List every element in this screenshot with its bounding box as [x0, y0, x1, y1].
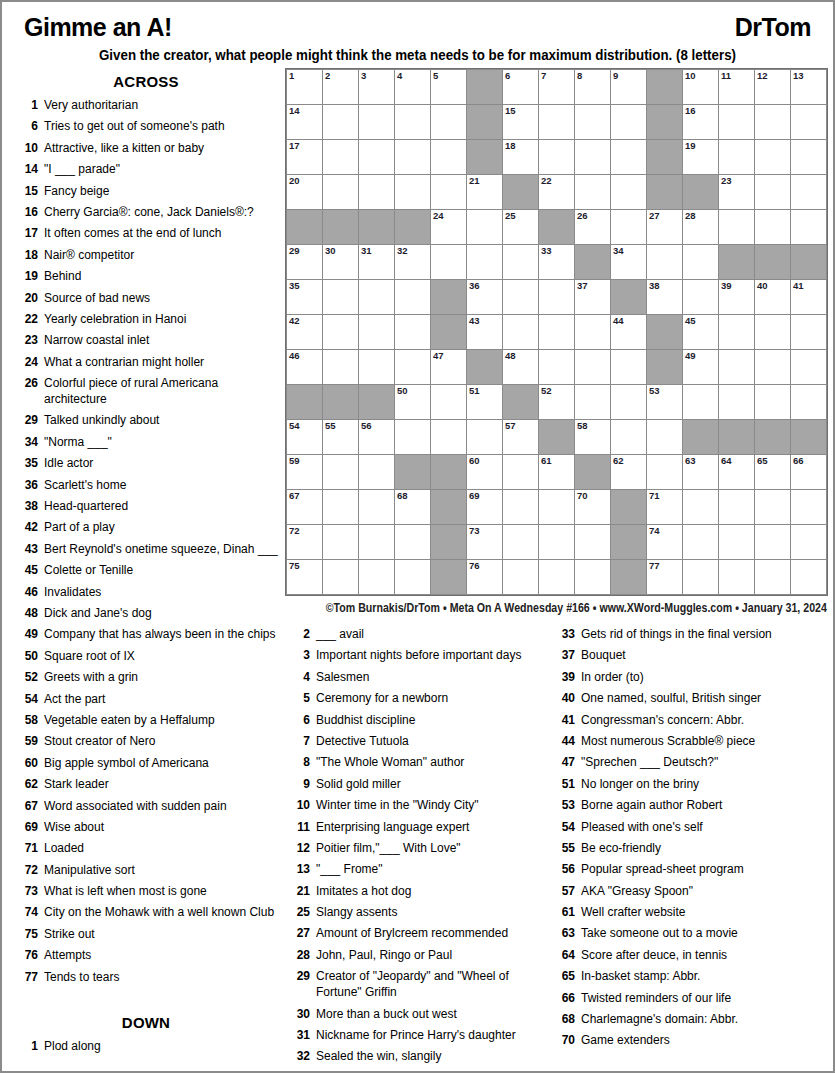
cell-r7c3[interactable] — [359, 280, 394, 314]
cell-r7c14[interactable]: 40 — [755, 280, 790, 314]
cell-r6c6[interactable] — [467, 245, 502, 279]
across-clue-6: 6Tries to get out of someone's path — [10, 118, 282, 134]
clue-number: 66 — [553, 990, 575, 1006]
down-clue-4: 4Salesmen — [292, 669, 550, 685]
cell-r3c14[interactable] — [755, 140, 790, 174]
cell-r14c7[interactable] — [503, 525, 538, 559]
cell-r2c8[interactable] — [539, 105, 574, 139]
cell-r1c3[interactable]: 3 — [359, 70, 394, 104]
cell-r8c15[interactable] — [791, 315, 826, 349]
cell-r15c1[interactable]: 75 — [287, 560, 322, 594]
cell-r5c15[interactable] — [791, 210, 826, 244]
clue-number: 3 — [292, 647, 310, 663]
down-clue-63: 63Take someone out to a movie — [553, 925, 833, 941]
cell-r8c6[interactable]: 43 — [467, 315, 502, 349]
down-clue-25: 25Slangy assents — [292, 904, 550, 920]
cell-number: 23 — [721, 176, 732, 186]
cell-r12c3[interactable] — [359, 455, 394, 489]
cell-r5c7[interactable]: 25 — [503, 210, 538, 244]
clue-text: Popular spread-sheet program — [581, 861, 833, 877]
cell-r4c8[interactable]: 22 — [539, 175, 574, 209]
cell-r3c3[interactable] — [359, 140, 394, 174]
clue-text: Imitates a hot dog — [316, 883, 550, 899]
clue-text: Pleased with one's self — [581, 819, 833, 835]
clue-number: 4 — [292, 669, 310, 685]
cell-r14c13[interactable] — [719, 525, 754, 559]
cell-r9c14[interactable] — [755, 350, 790, 384]
cell-r11c3[interactable]: 56 — [359, 420, 394, 454]
cell-r12c14[interactable]: 65 — [755, 455, 790, 489]
cell-number: 55 — [325, 421, 336, 431]
cell-r10c8[interactable]: 52 — [539, 385, 574, 419]
cell-r1c13[interactable]: 11 — [719, 70, 754, 104]
cell-r4c10[interactable] — [611, 175, 646, 209]
clue-number: 52 — [10, 669, 38, 685]
cell-r2c12[interactable]: 16 — [683, 105, 718, 139]
clue-number: 6 — [292, 712, 310, 728]
cell-r13c15[interactable] — [791, 490, 826, 524]
cell-r7c13[interactable]: 39 — [719, 280, 754, 314]
cell-r13c3[interactable] — [359, 490, 394, 524]
cell-r4c2[interactable] — [323, 175, 358, 209]
cell-r4c14[interactable] — [755, 175, 790, 209]
cell-r15c8[interactable] — [539, 560, 574, 594]
cell-r1c5[interactable]: 5 — [431, 70, 466, 104]
cell-r2c3[interactable] — [359, 105, 394, 139]
cell-r6c7[interactable] — [503, 245, 538, 279]
clue-number: 54 — [553, 819, 575, 835]
cell-r4c9[interactable] — [575, 175, 610, 209]
cell-r13c1[interactable]: 67 — [287, 490, 322, 524]
cell-r7c11[interactable]: 38 — [647, 280, 682, 314]
cell-r3c6 — [467, 140, 502, 174]
cell-r10c14[interactable] — [755, 385, 790, 419]
cell-r9c2[interactable] — [323, 350, 358, 384]
cell-r8c1[interactable]: 42 — [287, 315, 322, 349]
cell-number: 47 — [433, 351, 444, 361]
cell-r4c12 — [683, 175, 718, 209]
cell-number: 18 — [505, 141, 516, 151]
cell-r15c3[interactable] — [359, 560, 394, 594]
clue-number: 61 — [553, 904, 575, 920]
cell-r7c10 — [611, 280, 646, 314]
cell-r6c1[interactable]: 29 — [287, 245, 322, 279]
cell-r12c15[interactable]: 66 — [791, 455, 826, 489]
cell-r3c15[interactable] — [791, 140, 826, 174]
down-clue-51: 51No longer on the briny — [553, 776, 833, 792]
clue-number: 5 — [292, 690, 310, 706]
cell-r3c5[interactable] — [431, 140, 466, 174]
down-clue-31: 31Nickname for Prince Harry's daughter — [292, 1027, 550, 1043]
clue-text: Attractive, like a kitten or baby — [44, 140, 282, 156]
cell-r12c10[interactable]: 62 — [611, 455, 646, 489]
down-clue-32: 32Sealed the win, slangily — [292, 1048, 550, 1064]
down-clue-65: 65In-basket stamp: Abbr. — [553, 968, 833, 984]
clue-text: Bouquet — [581, 647, 833, 663]
clue-text: City on the Mohawk with a well known Clu… — [44, 904, 282, 920]
cell-r14c3[interactable] — [359, 525, 394, 559]
down-clue-37: 37Bouquet — [553, 647, 833, 663]
across-clue-45: 45Colette or Tenille — [10, 562, 282, 578]
cell-r4c6[interactable]: 21 — [467, 175, 502, 209]
cell-r2c1[interactable]: 14 — [287, 105, 322, 139]
cell-r9c9[interactable] — [575, 350, 610, 384]
cell-r7c7[interactable] — [503, 280, 538, 314]
cell-r9c13[interactable] — [719, 350, 754, 384]
cell-r14c9[interactable] — [575, 525, 610, 559]
cell-r13c8[interactable] — [539, 490, 574, 524]
across-clue-43: 43Bert Reynold's onetime squeeze, Dinah … — [10, 541, 282, 557]
cell-r9c3[interactable] — [359, 350, 394, 384]
cell-number: 14 — [289, 106, 300, 116]
clue-text: Narrow coastal inlet — [44, 332, 282, 348]
cell-r5c1 — [287, 210, 322, 244]
cell-r1c9[interactable]: 8 — [575, 70, 610, 104]
cell-r5c5[interactable]: 24 — [431, 210, 466, 244]
cell-r9c1[interactable]: 46 — [287, 350, 322, 384]
down-clue-64: 64Score after deuce, in tennis — [553, 947, 833, 963]
cell-r9c15[interactable] — [791, 350, 826, 384]
cell-r1c10[interactable]: 9 — [611, 70, 646, 104]
cell-r2c5[interactable] — [431, 105, 466, 139]
clue-text: It often comes at the end of lunch — [44, 225, 282, 241]
cell-r8c9[interactable] — [575, 315, 610, 349]
cell-r15c7[interactable] — [503, 560, 538, 594]
clue-number: 72 — [10, 862, 38, 878]
cell-r6c12[interactable] — [683, 245, 718, 279]
cell-r5c2 — [323, 210, 358, 244]
down-clue-6: 6Buddhist discipline — [292, 712, 550, 728]
down-clue-41: 41Congressman's concern: Abbr. — [553, 712, 833, 728]
cell-number: 46 — [289, 351, 300, 361]
cell-r13c12[interactable] — [683, 490, 718, 524]
cell-number: 37 — [577, 281, 588, 291]
cell-number: 45 — [685, 316, 696, 326]
cell-r6c10[interactable]: 34 — [611, 245, 646, 279]
clue-number: 54 — [10, 691, 38, 707]
down-clue-13: 13"___ Frome" — [292, 861, 550, 877]
cell-r12c13[interactable]: 64 — [719, 455, 754, 489]
cell-r2c7[interactable]: 15 — [503, 105, 538, 139]
cell-r10c10[interactable] — [611, 385, 646, 419]
cell-r11c14 — [755, 420, 790, 454]
cell-r7c1[interactable]: 35 — [287, 280, 322, 314]
cell-r10c9[interactable] — [575, 385, 610, 419]
cell-r10c11[interactable]: 53 — [647, 385, 682, 419]
cell-r8c14[interactable] — [755, 315, 790, 349]
cell-r12c11[interactable] — [647, 455, 682, 489]
clue-text: Twisted reminders of our life — [581, 990, 833, 1006]
cell-r10c13[interactable] — [719, 385, 754, 419]
cell-r12c12[interactable]: 63 — [683, 455, 718, 489]
clue-text: Cherry Garcia®: cone, Jack Daniels®:? — [44, 204, 282, 220]
cell-r12c1[interactable]: 59 — [287, 455, 322, 489]
cell-r2c2[interactable] — [323, 105, 358, 139]
cell-r11c6[interactable] — [467, 420, 502, 454]
cell-number: 70 — [577, 491, 588, 501]
cell-r9c8[interactable] — [539, 350, 574, 384]
cell-number: 12 — [757, 71, 768, 81]
cell-r2c13[interactable] — [719, 105, 754, 139]
cell-r6c11[interactable] — [647, 245, 682, 279]
cell-r1c2[interactable]: 2 — [323, 70, 358, 104]
cell-r12c7[interactable] — [503, 455, 538, 489]
cell-number: 75 — [289, 561, 300, 571]
cell-r5c12[interactable]: 28 — [683, 210, 718, 244]
cell-r14c4[interactable] — [395, 525, 430, 559]
cell-r6c3[interactable]: 31 — [359, 245, 394, 279]
cell-r6c8[interactable]: 33 — [539, 245, 574, 279]
cell-r8c7[interactable] — [503, 315, 538, 349]
clue-text: ___ avail — [316, 626, 550, 642]
cell-number: 41 — [793, 281, 804, 291]
cell-r4c11 — [647, 175, 682, 209]
down-column-right: 33Gets rid of things in the final versio… — [553, 626, 833, 1054]
cell-r10c15[interactable] — [791, 385, 826, 419]
cell-r11c5[interactable] — [431, 420, 466, 454]
clue-number: 11 — [292, 819, 310, 835]
cell-r2c14[interactable] — [755, 105, 790, 139]
cell-r4c13[interactable]: 23 — [719, 175, 754, 209]
cell-r7c2[interactable] — [323, 280, 358, 314]
cell-r9c12[interactable]: 49 — [683, 350, 718, 384]
down-clue-47: 47"Sprechen ___ Deutsch?" — [553, 754, 833, 770]
cell-r14c6[interactable]: 73 — [467, 525, 502, 559]
cell-r6c2[interactable]: 30 — [323, 245, 358, 279]
clue-text: What is left when most is gone — [44, 883, 282, 899]
clue-text: Poitier film,"___ With Love" — [316, 840, 550, 856]
cell-r3c10[interactable] — [611, 140, 646, 174]
cell-r14c14[interactable] — [755, 525, 790, 559]
cell-r8c10[interactable]: 44 — [611, 315, 646, 349]
cell-r10c6[interactable]: 51 — [467, 385, 502, 419]
cell-number: 6 — [505, 71, 510, 81]
clue-text: Colette or Tenille — [44, 562, 282, 578]
cell-r15c2[interactable] — [323, 560, 358, 594]
cell-r15c9[interactable] — [575, 560, 610, 594]
cell-r11c9[interactable]: 58 — [575, 420, 610, 454]
cell-r8c4[interactable] — [395, 315, 430, 349]
crossword-grid[interactable]: 1234567891011121314151617181920212223242… — [285, 68, 828, 596]
cell-r12c6[interactable]: 60 — [467, 455, 502, 489]
clue-number: 55 — [553, 840, 575, 856]
cell-number: 26 — [577, 211, 588, 221]
cell-r11c12 — [683, 420, 718, 454]
across-clue-50: 50Square root of IX — [10, 648, 282, 664]
cell-r13c13[interactable] — [719, 490, 754, 524]
cell-r11c4[interactable] — [395, 420, 430, 454]
cell-r2c15[interactable] — [791, 105, 826, 139]
cell-r7c9[interactable]: 37 — [575, 280, 610, 314]
cell-r11c2[interactable]: 55 — [323, 420, 358, 454]
cell-r8c3[interactable] — [359, 315, 394, 349]
cell-r3c1[interactable]: 17 — [287, 140, 322, 174]
cell-r10c12[interactable] — [683, 385, 718, 419]
clue-text: Most numerous Scrabble® piece — [581, 733, 833, 749]
cell-number: 32 — [397, 246, 408, 256]
copyright-line: ©Tom Burnakis/DrTom • Meta On A Wednesda… — [326, 601, 788, 615]
across-clue-74: 74City on the Mohawk with a well known C… — [10, 904, 282, 920]
cell-r6c15 — [791, 245, 826, 279]
cell-r5c10[interactable] — [611, 210, 646, 244]
cell-number: 42 — [289, 316, 300, 326]
cell-r5c6[interactable] — [467, 210, 502, 244]
cell-r9c10[interactable] — [611, 350, 646, 384]
across-clue-17: 17It often comes at the end of lunch — [10, 225, 282, 241]
cell-r13c9[interactable]: 70 — [575, 490, 610, 524]
cell-r15c15[interactable] — [791, 560, 826, 594]
down-clue-1: 1Plod along — [10, 1038, 282, 1054]
cell-r7c15[interactable]: 41 — [791, 280, 826, 314]
cell-r8c13[interactable] — [719, 315, 754, 349]
cell-r13c2[interactable] — [323, 490, 358, 524]
cell-r4c1[interactable]: 20 — [287, 175, 322, 209]
cell-r4c5[interactable] — [431, 175, 466, 209]
cell-r3c13[interactable] — [719, 140, 754, 174]
cell-r5c14[interactable] — [755, 210, 790, 244]
cell-number: 10 — [685, 71, 696, 81]
cell-r3c2[interactable] — [323, 140, 358, 174]
across-clue-38: 38Head-quartered — [10, 498, 282, 514]
cell-number: 51 — [469, 386, 480, 396]
cell-r5c11[interactable]: 27 — [647, 210, 682, 244]
clue-number: 34 — [10, 434, 38, 450]
cell-number: 68 — [397, 491, 408, 501]
cell-r13c4[interactable]: 68 — [395, 490, 430, 524]
clue-number: 73 — [10, 883, 38, 899]
cell-number: 16 — [685, 106, 696, 116]
cell-r6c5[interactable] — [431, 245, 466, 279]
cell-r6c4[interactable]: 32 — [395, 245, 430, 279]
cell-number: 11 — [721, 71, 731, 81]
cell-r13c14[interactable] — [755, 490, 790, 524]
cell-r1c7[interactable]: 6 — [503, 70, 538, 104]
cell-r7c12[interactable] — [683, 280, 718, 314]
clue-number: 43 — [10, 541, 38, 557]
cell-r5c4 — [395, 210, 430, 244]
clue-number: 29 — [292, 968, 310, 1000]
cell-number: 58 — [577, 421, 588, 431]
cell-r10c5[interactable] — [431, 385, 466, 419]
clue-text: Manipulative sort — [44, 862, 282, 878]
cell-r3c9[interactable] — [575, 140, 610, 174]
clue-text: Amount of Brylcreem recommended — [316, 925, 550, 941]
across-clue-22: 22Yearly celebration in Hanoi — [10, 311, 282, 327]
cell-r7c4[interactable] — [395, 280, 430, 314]
cell-r13c10 — [611, 490, 646, 524]
clue-text: One named, soulful, British singer — [581, 690, 833, 706]
cell-r3c7[interactable]: 18 — [503, 140, 538, 174]
clue-number: 10 — [10, 140, 38, 156]
cell-r11c10[interactable] — [611, 420, 646, 454]
across-clue-14: 14"I ___ parade" — [10, 161, 282, 177]
cell-number: 65 — [757, 456, 768, 466]
cell-r1c14[interactable]: 12 — [755, 70, 790, 104]
cell-r15c6[interactable]: 76 — [467, 560, 502, 594]
cell-r9c4[interactable] — [395, 350, 430, 384]
cell-r7c6[interactable]: 36 — [467, 280, 502, 314]
cell-r8c12[interactable]: 45 — [683, 315, 718, 349]
cell-r2c9[interactable] — [575, 105, 610, 139]
cell-r13c6[interactable]: 69 — [467, 490, 502, 524]
cell-r13c11[interactable]: 71 — [647, 490, 682, 524]
cell-r9c7[interactable]: 48 — [503, 350, 538, 384]
across-column: ACROSS 1Very authoritarian6Tries to get … — [10, 74, 282, 1059]
cell-r1c15[interactable]: 13 — [791, 70, 826, 104]
cell-r15c4[interactable] — [395, 560, 430, 594]
cell-r1c8[interactable]: 7 — [539, 70, 574, 104]
across-clue-20: 20Source of bad news — [10, 290, 282, 306]
cell-r13c7[interactable] — [503, 490, 538, 524]
clue-text: Part of a play — [44, 519, 282, 535]
across-clue-24: 24What a contrarian might holler — [10, 354, 282, 370]
cell-r14c1[interactable]: 72 — [287, 525, 322, 559]
cell-r11c7[interactable]: 57 — [503, 420, 538, 454]
cell-r12c2[interactable] — [323, 455, 358, 489]
cell-r11c1[interactable]: 54 — [287, 420, 322, 454]
cell-r3c8[interactable] — [539, 140, 574, 174]
cell-r9c5[interactable]: 47 — [431, 350, 466, 384]
cell-r12c8[interactable]: 61 — [539, 455, 574, 489]
clue-number: 57 — [553, 883, 575, 899]
across-clue-list: 1Very authoritarian6Tries to get out of … — [10, 97, 282, 985]
cell-r15c14[interactable] — [755, 560, 790, 594]
cell-r1c12[interactable]: 10 — [683, 70, 718, 104]
cell-r10c4[interactable]: 50 — [395, 385, 430, 419]
cell-r1c1[interactable]: 1 — [287, 70, 322, 104]
cell-r8c2[interactable] — [323, 315, 358, 349]
cell-r2c4[interactable] — [395, 105, 430, 139]
clue-number: 21 — [292, 883, 310, 899]
cell-r4c3[interactable] — [359, 175, 394, 209]
cell-r4c15[interactable] — [791, 175, 826, 209]
cell-r1c4[interactable]: 4 — [395, 70, 430, 104]
cell-r14c8[interactable] — [539, 525, 574, 559]
cell-r3c12[interactable]: 19 — [683, 140, 718, 174]
cell-r5c13[interactable] — [719, 210, 754, 244]
cell-r2c10[interactable] — [611, 105, 646, 139]
clue-text: Important nights before important days — [316, 647, 550, 663]
cell-r5c9[interactable]: 26 — [575, 210, 610, 244]
cell-r15c11[interactable]: 77 — [647, 560, 682, 594]
cell-number: 7 — [541, 71, 546, 81]
cell-r11c13 — [719, 420, 754, 454]
clue-number: 69 — [10, 819, 38, 835]
cell-r11c11[interactable] — [647, 420, 682, 454]
cell-r15c12[interactable] — [683, 560, 718, 594]
clue-text: Solid gold miller — [316, 776, 550, 792]
across-clue-67: 67Word associated with sudden pain — [10, 798, 282, 814]
clue-number: 65 — [553, 968, 575, 984]
cell-r7c8[interactable] — [539, 280, 574, 314]
across-clue-1: 1Very authoritarian — [10, 97, 282, 113]
cell-number: 27 — [649, 211, 660, 221]
cell-r8c8[interactable] — [539, 315, 574, 349]
cell-r4c4[interactable] — [395, 175, 430, 209]
cell-r15c13[interactable] — [719, 560, 754, 594]
cell-r14c15[interactable] — [791, 525, 826, 559]
clue-text: Behind — [44, 268, 282, 284]
cell-r14c11[interactable]: 74 — [647, 525, 682, 559]
cell-number: 54 — [289, 421, 300, 431]
puzzle-title: Gimme an A! — [24, 13, 172, 42]
cell-r14c12[interactable] — [683, 525, 718, 559]
clue-text: Greets with a grin — [44, 669, 282, 685]
cell-number: 48 — [505, 351, 516, 361]
cell-r14c2[interactable] — [323, 525, 358, 559]
clue-text: "Norma ___" — [44, 434, 282, 450]
cell-r3c4[interactable] — [395, 140, 430, 174]
